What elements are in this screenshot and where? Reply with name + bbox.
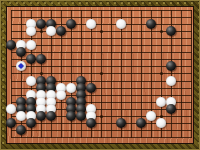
- black-stone: [76, 111, 86, 121]
- grid-line-vertical: [131, 10, 132, 138]
- hoshi-star-point: [160, 72, 163, 75]
- hoshi-star-point: [160, 30, 163, 33]
- white-stone: [6, 104, 16, 114]
- black-stone: [36, 54, 46, 64]
- white-stone: [146, 111, 156, 121]
- black-stone: [26, 54, 36, 64]
- hoshi-star-point: [100, 115, 103, 118]
- white-stone: [156, 97, 166, 107]
- black-stone: [146, 19, 156, 29]
- white-stone: [56, 90, 66, 100]
- black-stone: [26, 118, 36, 128]
- grid-line-horizontal: [11, 130, 192, 131]
- hoshi-star-point: [40, 30, 43, 33]
- grid-line-vertical: [191, 10, 192, 138]
- go-client-window: [0, 0, 200, 150]
- white-stone: [116, 19, 126, 29]
- white-stone: [156, 118, 166, 128]
- black-stone: [16, 125, 26, 135]
- grid-line-horizontal: [11, 137, 192, 138]
- black-stone: [116, 118, 126, 128]
- white-stone: [46, 26, 56, 36]
- black-stone: [136, 118, 146, 128]
- hoshi-star-point: [40, 72, 43, 75]
- white-stone: [26, 76, 36, 86]
- white-stone: [26, 26, 36, 36]
- white-stone: [166, 76, 176, 86]
- black-stone: [66, 111, 76, 121]
- black-stone: [66, 19, 76, 29]
- go-board[interactable]: [7, 7, 193, 143]
- black-stone: [86, 83, 96, 93]
- hoshi-star-point: [100, 72, 103, 75]
- white-stone: [16, 111, 26, 121]
- black-stone: [36, 111, 46, 121]
- white-stone: [86, 19, 96, 29]
- white-stone: [66, 83, 76, 93]
- black-stone: [36, 19, 46, 29]
- black-stone: [166, 104, 176, 114]
- black-stone: [16, 47, 26, 57]
- hoshi-star-point: [100, 30, 103, 33]
- black-stone: [166, 61, 176, 71]
- black-stone: [6, 118, 16, 128]
- grid-line-vertical: [181, 10, 182, 138]
- white-stone: [26, 40, 36, 50]
- grid-line-vertical: [111, 10, 112, 138]
- black-stone: [86, 118, 96, 128]
- black-stone: [56, 26, 66, 36]
- black-stone: [166, 26, 176, 36]
- black-stone: [6, 40, 16, 50]
- black-stone: [46, 111, 56, 121]
